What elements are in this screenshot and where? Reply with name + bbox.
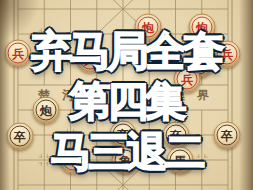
video-frame: { "game": "xiangqi", "overlay": { "line1… bbox=[0, 0, 253, 190]
video-title-line3: 马三退二 bbox=[0, 132, 253, 173]
video-title-line2: 第四集 bbox=[0, 81, 253, 122]
video-title-line1: 弃马局全套 bbox=[0, 31, 253, 72]
